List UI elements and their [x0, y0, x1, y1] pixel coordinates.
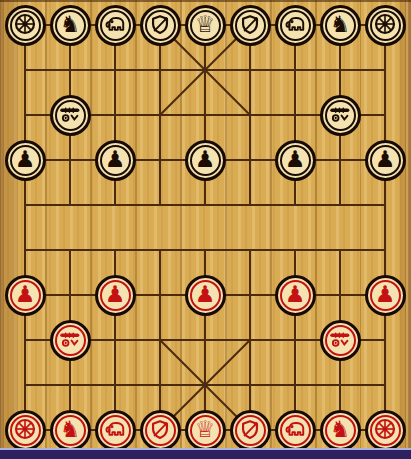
piece-black-soldier[interactable]: ♟: [275, 140, 316, 181]
general-icon: ♕: [195, 13, 216, 36]
piece-red-chariot[interactable]: [5, 410, 46, 451]
cannon-icon: [57, 326, 83, 352]
soldier-icon: ♟: [285, 148, 306, 171]
soldier-icon: ♟: [15, 148, 36, 171]
soldier-icon: ♟: [375, 148, 396, 171]
xiangqi-app-window: ♞♕♞♟♟♟♟♟♟♟♟♟♟♞♕♞: [0, 0, 411, 459]
piece-black-soldier[interactable]: ♟: [95, 140, 136, 181]
chariot-icon: [372, 11, 398, 37]
piece-black-soldier[interactable]: ♟: [185, 140, 226, 181]
piece-black-cannon[interactable]: [320, 95, 361, 136]
soldier-icon: ♟: [105, 283, 126, 306]
piece-red-soldier[interactable]: ♟: [275, 275, 316, 316]
advisor-icon: [237, 416, 263, 442]
horse-icon: ♞: [60, 418, 81, 441]
soldier-icon: ♟: [15, 283, 36, 306]
general-icon: ♕: [195, 418, 216, 441]
piece-red-soldier[interactable]: ♟: [95, 275, 136, 316]
elephant-icon: [282, 11, 308, 37]
elephant-icon: [102, 416, 128, 442]
piece-black-chariot[interactable]: [365, 5, 406, 46]
soldier-icon: ♟: [285, 283, 306, 306]
piece-black-soldier[interactable]: ♟: [5, 140, 46, 181]
horse-icon: ♞: [330, 13, 351, 36]
piece-black-advisor[interactable]: [140, 5, 181, 46]
piece-red-soldier[interactable]: ♟: [185, 275, 226, 316]
piece-red-chariot[interactable]: [365, 410, 406, 451]
piece-red-soldier[interactable]: ♟: [5, 275, 46, 316]
piece-red-cannon[interactable]: [320, 320, 361, 361]
elephant-icon: [282, 416, 308, 442]
advisor-icon: [147, 11, 173, 37]
piece-red-advisor[interactable]: [230, 410, 271, 451]
chariot-icon: [12, 416, 38, 442]
piece-black-elephant[interactable]: [275, 5, 316, 46]
piece-red-advisor[interactable]: [140, 410, 181, 451]
cannon-icon: [327, 326, 353, 352]
piece-red-soldier[interactable]: ♟: [365, 275, 406, 316]
horse-icon: ♞: [60, 13, 81, 36]
piece-red-elephant[interactable]: [275, 410, 316, 451]
chariot-icon: [12, 11, 38, 37]
piece-red-general[interactable]: ♕: [185, 410, 226, 451]
elephant-icon: [102, 11, 128, 37]
piece-black-elephant[interactable]: [95, 5, 136, 46]
piece-black-chariot[interactable]: [5, 5, 46, 46]
piece-black-general[interactable]: ♕: [185, 5, 226, 46]
piece-black-horse[interactable]: ♞: [50, 5, 91, 46]
chariot-icon: [372, 416, 398, 442]
horse-icon: ♞: [330, 418, 351, 441]
soldier-icon: ♟: [195, 283, 216, 306]
piece-red-cannon[interactable]: [50, 320, 91, 361]
soldier-icon: ♟: [195, 148, 216, 171]
piece-black-horse[interactable]: ♞: [320, 5, 361, 46]
advisor-icon: [237, 11, 263, 37]
piece-red-horse[interactable]: ♞: [320, 410, 361, 451]
window-bottom-border: [0, 448, 411, 459]
piece-red-elephant[interactable]: [95, 410, 136, 451]
xiangqi-board[interactable]: ♞♕♞♟♟♟♟♟♟♟♟♟♟♞♕♞: [3, 3, 408, 453]
cannon-icon: [57, 101, 83, 127]
piece-black-advisor[interactable]: [230, 5, 271, 46]
piece-red-horse[interactable]: ♞: [50, 410, 91, 451]
soldier-icon: ♟: [105, 148, 126, 171]
cannon-icon: [327, 101, 353, 127]
advisor-icon: [147, 416, 173, 442]
piece-black-cannon[interactable]: [50, 95, 91, 136]
piece-black-soldier[interactable]: ♟: [365, 140, 406, 181]
soldier-icon: ♟: [375, 283, 396, 306]
